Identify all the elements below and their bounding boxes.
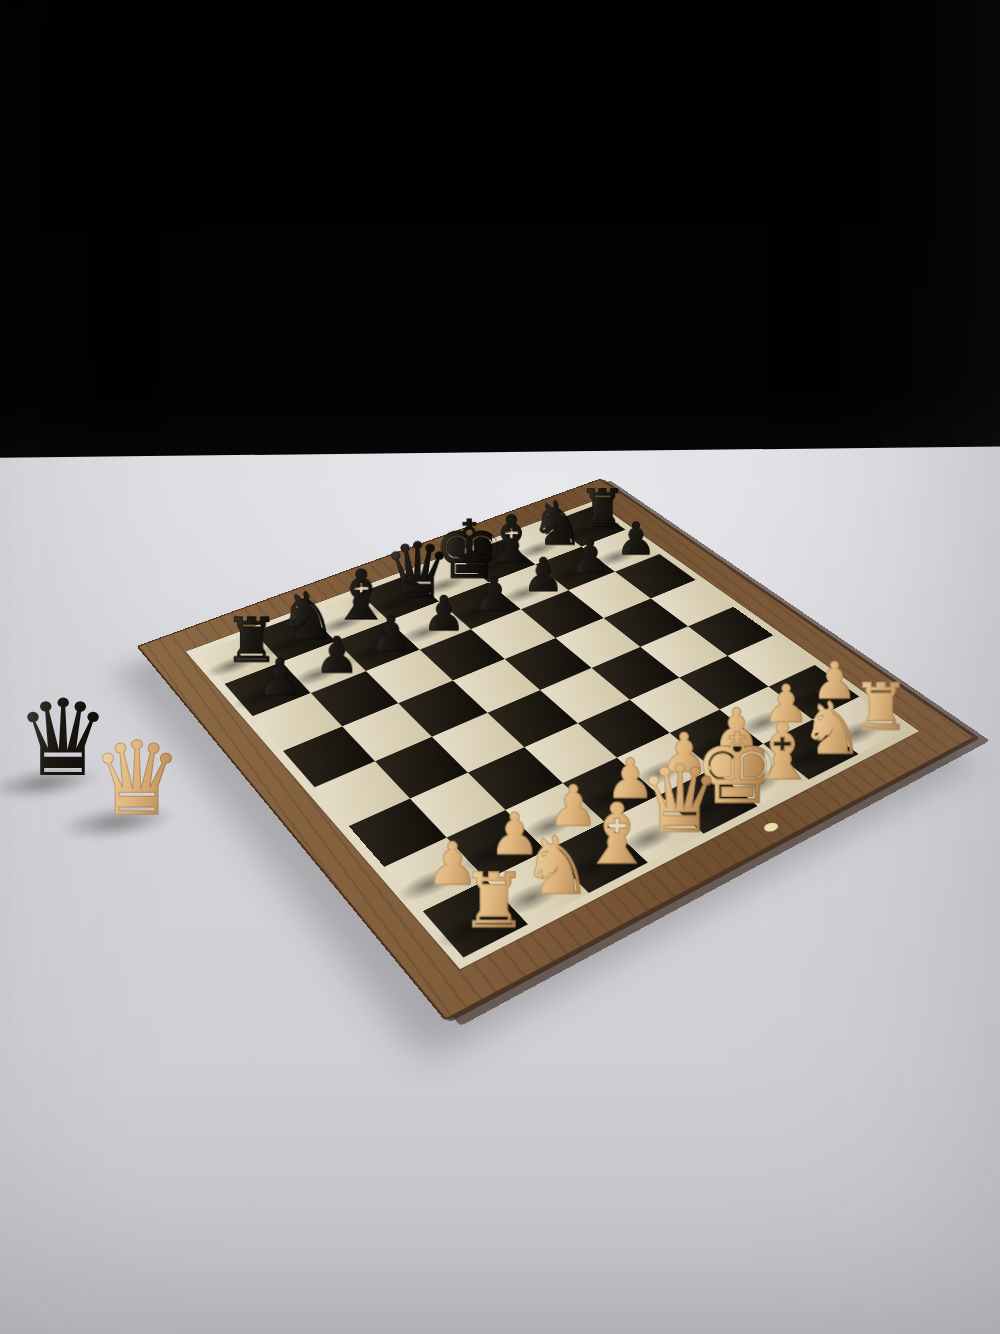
black-pawn-a7: ♟ (248, 652, 312, 703)
black-pawn-d7: ♟ (413, 590, 474, 638)
board-frame: ♜♞♝♛♚♝♞♜♟♟♟♟♟♟♟♟♟♟♟♟♟♟♟♟♜♞♝♛♚♝♞♜ (136, 478, 976, 1020)
board-inner-border: ♜♞♝♛♚♝♞♜♟♟♟♟♟♟♟♟♟♟♟♟♟♟♟♟♜♞♝♛♚♝♞♜ (186, 501, 919, 969)
white-queen-glyph: ♛ (82, 728, 192, 830)
chess-board: ♜♞♝♛♚♝♞♜♟♟♟♟♟♟♟♟♟♟♟♟♟♟♟♟♜♞♝♛♚♝♞♜ (239, 389, 841, 991)
board-grid: ♜♞♝♛♚♝♞♜♟♟♟♟♟♟♟♟♟♟♟♟♟♟♟♟♜♞♝♛♚♝♞♜ (197, 506, 905, 957)
spare-white-queen: ♛ (82, 728, 192, 830)
black-pawn-c7: ♟ (360, 610, 422, 659)
white-rook-a1: ♜ (455, 864, 532, 939)
frame-inlay-dot (761, 821, 780, 833)
photo-scene: ♜♞♝♛♚♝♞♜♟♟♟♟♟♟♟♟♟♟♟♟♟♟♟♟♜♞♝♛♚♝♞♜ ♛ ♛ (0, 0, 1000, 1334)
black-pawn-b7: ♟ (305, 631, 368, 681)
chess-board-3d: ♜♞♝♛♚♝♞♜♟♟♟♟♟♟♟♟♟♟♟♟♟♟♟♟♜♞♝♛♚♝♞♜ (136, 478, 976, 1020)
